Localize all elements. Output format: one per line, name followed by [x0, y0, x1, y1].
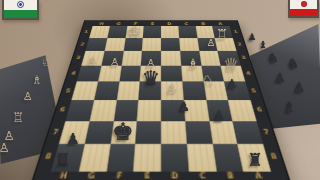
square-d1[interactable]	[161, 26, 179, 38]
piece-black-rook-h8[interactable]: ♜	[55, 151, 71, 169]
square-c1[interactable]	[178, 26, 197, 38]
piece-white-knight-b5[interactable]: ♘	[201, 74, 214, 89]
square-f3[interactable]	[121, 51, 142, 66]
piece-black-queen-e4[interactable]: ♛	[142, 68, 160, 88]
captured-black-pawn: ♟	[275, 72, 286, 84]
coord-label: 1	[229, 26, 242, 38]
captured-white-rook: ♖	[12, 111, 24, 124]
captured-white-knight: ♘	[41, 57, 51, 68]
piece-white-rook-a1[interactable]: ♖	[216, 27, 229, 41]
piece-white-queen-a4[interactable]: ♕	[223, 56, 239, 74]
square-c7[interactable]	[185, 121, 212, 145]
piece-white-pawn-g3[interactable]: ♙	[110, 57, 120, 68]
iran-emblem-icon	[301, 1, 307, 7]
square-f8[interactable]	[106, 144, 135, 171]
square-d2[interactable]	[161, 38, 180, 51]
square-e1[interactable]	[143, 26, 161, 38]
square-f5[interactable]	[116, 82, 140, 100]
captured-black-knight: ♞	[287, 57, 299, 70]
coord-label: E	[133, 171, 161, 180]
india-flag-green-band	[4, 10, 37, 18]
square-g5[interactable]	[94, 82, 119, 100]
iran-flag-red-band	[290, 9, 317, 16]
piece-white-pawn-d5[interactable]: ♙	[167, 83, 178, 95]
piece-black-rook-a8[interactable]: ♜	[247, 151, 263, 169]
square-c2[interactable]	[179, 38, 199, 51]
piece-white-pawn-a2[interactable]: ♙	[207, 38, 216, 48]
piece-black-pawn-d6[interactable]: ♟	[178, 100, 190, 113]
captured-white-pawn: ♙	[23, 91, 33, 102]
coord-label: H	[48, 171, 78, 180]
piece-white-bishop-c4[interactable]: ♗	[187, 57, 200, 71]
ashoka-chakra-icon	[17, 1, 24, 8]
square-d8[interactable]	[161, 144, 188, 171]
square-c8[interactable]	[187, 144, 216, 171]
iran-flag-white-band	[290, 0, 317, 9]
piece-black-pawn-h7[interactable]: ♟	[66, 132, 79, 147]
captured-black-bishop: ♝	[259, 40, 268, 50]
piece-white-pawn-h3[interactable]: ♙	[88, 56, 98, 67]
board-border	[271, 171, 289, 180]
piece-black-pawn-a5[interactable]: ♟	[227, 78, 238, 90]
square-e6[interactable]	[137, 100, 161, 121]
square-e2[interactable]	[142, 38, 161, 51]
square-d7[interactable]	[161, 121, 187, 145]
square-d3[interactable]	[161, 51, 181, 66]
chess-app-screen: HGFEDCBA1122334455667788HGFEDCBA ♔♖♙♙♙♙♗…	[0, 0, 320, 180]
square-g1[interactable]	[107, 26, 127, 38]
square-g8[interactable]	[79, 144, 110, 171]
coord-label: C	[188, 171, 217, 180]
piece-black-king-f7[interactable]: ♚	[112, 120, 134, 144]
square-g7[interactable]	[84, 121, 113, 145]
coord-label: D	[161, 171, 189, 180]
square-e8[interactable]	[134, 144, 161, 171]
square-d4[interactable]	[161, 66, 182, 82]
coord-label: A	[243, 171, 273, 180]
captured-white-pawn: ♙	[0, 142, 9, 154]
square-g2[interactable]	[104, 38, 125, 51]
captured-black-pawn: ♟	[293, 81, 305, 94]
piece-black-pawn-b6[interactable]: ♟	[213, 109, 226, 123]
india-flag	[2, 0, 39, 20]
captured-black-bishop: ♝	[283, 100, 296, 114]
square-f4[interactable]	[119, 66, 141, 82]
square-e7[interactable]	[135, 121, 161, 145]
captured-white-bishop: ♗	[32, 74, 43, 86]
iran-flag	[288, 0, 319, 18]
captured-black-pawn: ♟	[248, 33, 256, 42]
coord-label: F	[105, 171, 134, 180]
captured-black-knight: ♞	[268, 52, 279, 64]
coord-label: G	[76, 171, 106, 180]
piece-white-king-f1[interactable]: ♔	[128, 25, 141, 40]
india-flag-white-band	[4, 0, 37, 10]
coord-label: B	[216, 171, 246, 180]
